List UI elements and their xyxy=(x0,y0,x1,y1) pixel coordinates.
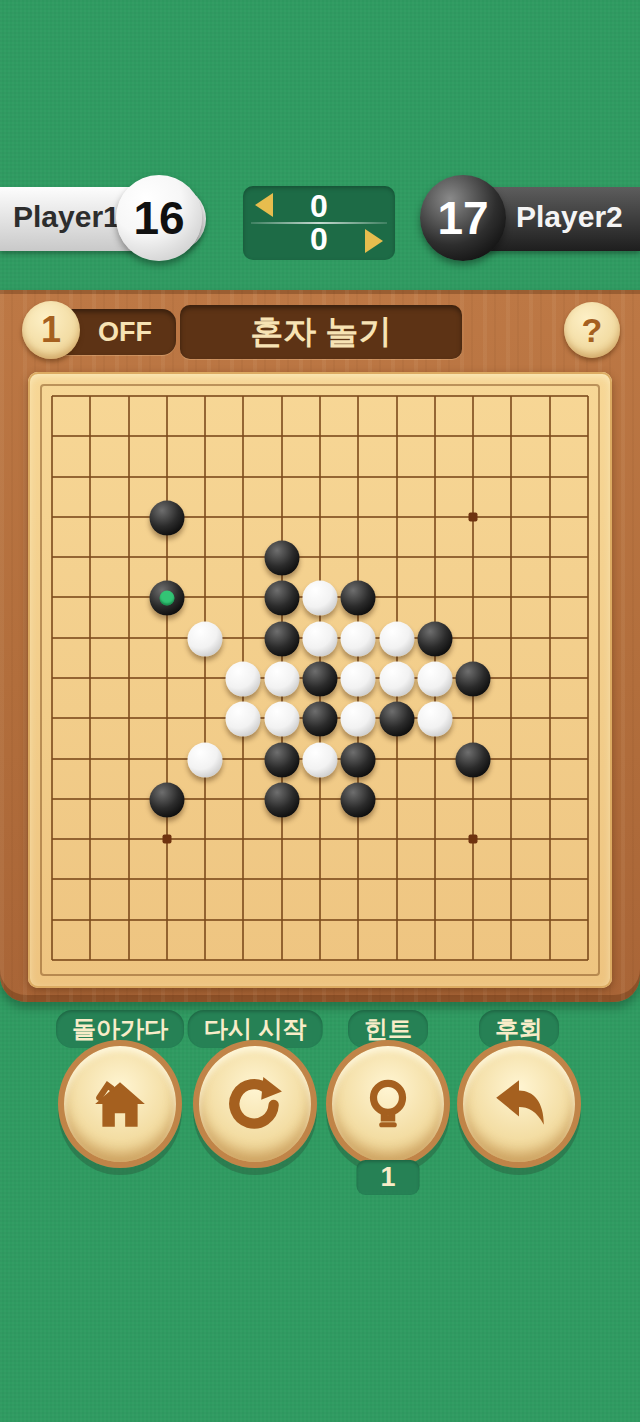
white-stone xyxy=(417,662,452,697)
panel-title: 혼자 놀기 xyxy=(180,305,462,359)
move-toggle-badge[interactable]: 1 xyxy=(22,301,80,359)
undo-button[interactable] xyxy=(457,1040,581,1168)
board-grid[interactable] xyxy=(52,396,588,960)
player2-name: Player2 xyxy=(516,200,623,234)
white-stone xyxy=(379,621,414,656)
black-stone xyxy=(456,662,491,697)
black-stone xyxy=(417,621,452,656)
help-button[interactable]: ? xyxy=(564,302,620,358)
white-stone xyxy=(188,621,223,656)
black-stone xyxy=(341,581,376,616)
set-score-top: 0 xyxy=(243,190,395,222)
white-stone xyxy=(188,742,223,777)
black-stone xyxy=(341,742,376,777)
restart-button[interactable] xyxy=(193,1040,317,1168)
black-stone-counter: 17 xyxy=(420,175,506,261)
black-stone xyxy=(341,782,376,817)
black-stone xyxy=(303,662,338,697)
home-icon xyxy=(91,1075,149,1133)
player2-count: 17 xyxy=(437,191,488,245)
white-stone xyxy=(417,702,452,737)
star-point xyxy=(469,512,478,521)
star-point xyxy=(469,835,478,844)
white-stone xyxy=(303,581,338,616)
black-stone xyxy=(264,581,299,616)
white-stone-counter: 16 xyxy=(116,175,202,261)
last-move-marker xyxy=(159,591,174,606)
white-stone xyxy=(341,702,376,737)
black-stone xyxy=(456,742,491,777)
restart-icon xyxy=(226,1075,284,1133)
black-stone xyxy=(264,541,299,576)
white-stone xyxy=(264,662,299,697)
white-stone xyxy=(341,662,376,697)
home-button[interactable] xyxy=(58,1040,182,1168)
white-stone xyxy=(303,742,338,777)
white-stone xyxy=(303,621,338,656)
grid-line-v xyxy=(587,396,589,960)
black-stone xyxy=(149,782,184,817)
black-stone xyxy=(264,782,299,817)
black-stone xyxy=(379,702,414,737)
black-stone-last-move xyxy=(149,581,184,616)
white-stone xyxy=(226,702,261,737)
grid-line-v xyxy=(510,396,512,960)
black-stone xyxy=(264,742,299,777)
app-screen: Player1 16 0 0 17 Player2 1 OFF 혼자 놀기 ? … xyxy=(0,0,640,1422)
player1-count: 16 xyxy=(133,191,184,245)
hint-button[interactable] xyxy=(326,1040,450,1168)
hint-bulb-icon xyxy=(359,1075,417,1133)
white-stone xyxy=(226,662,261,697)
hint-count-badge: 1 xyxy=(356,1160,419,1195)
grid-line-h xyxy=(52,919,588,921)
set-scoreboard: 0 0 xyxy=(243,186,395,260)
player1-name: Player1 xyxy=(13,200,120,234)
grid-line-h xyxy=(52,959,588,961)
grid-line-h xyxy=(52,798,588,800)
black-stone xyxy=(264,621,299,656)
goban[interactable] xyxy=(28,372,612,988)
grid-line-h xyxy=(52,878,588,880)
grid-line-h xyxy=(52,838,588,840)
white-stone xyxy=(264,702,299,737)
black-stone xyxy=(149,500,184,535)
star-point xyxy=(162,835,171,844)
white-stone xyxy=(341,621,376,656)
undo-icon xyxy=(490,1075,548,1133)
score-right-arrow-icon[interactable] xyxy=(365,229,383,253)
white-stone xyxy=(379,662,414,697)
black-stone xyxy=(303,702,338,737)
grid-line-v xyxy=(549,396,551,960)
